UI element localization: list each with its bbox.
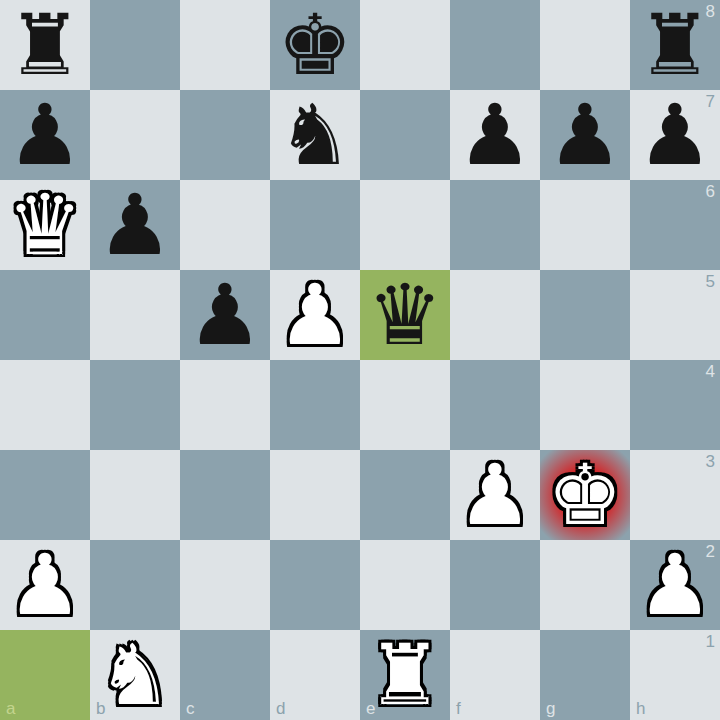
square-e7[interactable] [360,90,450,180]
piece-white-queen[interactable]: ♛ [0,180,90,270]
square-a5[interactable] [0,270,90,360]
square-d5[interactable]: ♟ [270,270,360,360]
square-a2[interactable]: ♟ [0,540,90,630]
piece-black-pawn[interactable]: ♟ [540,90,630,180]
square-b8[interactable] [90,0,180,90]
piece-black-pawn[interactable]: ♟ [180,270,270,360]
piece-black-queen[interactable]: ♛ [360,270,450,360]
square-f3[interactable]: ♟ [450,450,540,540]
file-label-a: a [6,700,15,717]
rank-label-6: 6 [706,183,715,200]
square-d6[interactable] [270,180,360,270]
square-d3[interactable] [270,450,360,540]
piece-black-pawn[interactable]: ♟ [90,180,180,270]
square-f4[interactable] [450,360,540,450]
square-e2[interactable] [360,540,450,630]
square-e8[interactable] [360,0,450,90]
piece-white-pawn[interactable]: ♟ [450,450,540,540]
square-f2[interactable] [450,540,540,630]
square-b4[interactable] [90,360,180,450]
square-g7[interactable]: ♟ [540,90,630,180]
file-label-h: h [636,700,645,717]
square-a7[interactable]: ♟ [0,90,90,180]
piece-white-king[interactable]: ♚ [540,450,630,540]
square-c4[interactable] [180,360,270,450]
square-g8[interactable] [540,0,630,90]
square-h1[interactable]: 1h [630,630,720,720]
square-d4[interactable] [270,360,360,450]
square-c6[interactable] [180,180,270,270]
square-h2[interactable]: ♟2 [630,540,720,630]
chess-board: ♜♚♜8♟♞♟♟♟7♛♟6♟♟♛54♟♚3♟♟2a♞bcd♜efg1h [0,0,720,720]
rank-label-1: 1 [706,633,715,650]
square-b3[interactable] [90,450,180,540]
square-d1[interactable]: d [270,630,360,720]
piece-black-pawn[interactable]: ♟ [450,90,540,180]
square-c3[interactable] [180,450,270,540]
square-e6[interactable] [360,180,450,270]
square-f7[interactable]: ♟ [450,90,540,180]
square-a8[interactable]: ♜ [0,0,90,90]
piece-black-pawn[interactable]: ♟ [0,90,90,180]
piece-black-king[interactable]: ♚ [270,0,360,90]
piece-white-knight[interactable]: ♞ [90,630,180,720]
square-h6[interactable]: 6 [630,180,720,270]
square-f1[interactable]: f [450,630,540,720]
square-d8[interactable]: ♚ [270,0,360,90]
piece-black-rook[interactable]: ♜ [0,0,90,90]
square-b1[interactable]: ♞b [90,630,180,720]
square-h5[interactable]: 5 [630,270,720,360]
piece-black-pawn[interactable]: ♟ [630,90,720,180]
square-h8[interactable]: ♜8 [630,0,720,90]
rank-label-4: 4 [706,363,715,380]
piece-black-rook[interactable]: ♜ [630,0,720,90]
square-c1[interactable]: c [180,630,270,720]
square-a3[interactable] [0,450,90,540]
piece-white-pawn[interactable]: ♟ [270,270,360,360]
square-b6[interactable]: ♟ [90,180,180,270]
square-f6[interactable] [450,180,540,270]
square-d7[interactable]: ♞ [270,90,360,180]
square-f8[interactable] [450,0,540,90]
square-a4[interactable] [0,360,90,450]
square-g1[interactable]: g [540,630,630,720]
piece-white-rook[interactable]: ♜ [360,630,450,720]
file-label-f: f [456,700,461,717]
square-c2[interactable] [180,540,270,630]
square-g6[interactable] [540,180,630,270]
square-g2[interactable] [540,540,630,630]
square-a1[interactable]: a [0,630,90,720]
square-g5[interactable] [540,270,630,360]
piece-white-pawn[interactable]: ♟ [630,540,720,630]
file-label-c: c [186,700,195,717]
piece-black-knight[interactable]: ♞ [270,90,360,180]
rank-label-5: 5 [706,273,715,290]
square-c8[interactable] [180,0,270,90]
square-g4[interactable] [540,360,630,450]
square-b2[interactable] [90,540,180,630]
square-e3[interactable] [360,450,450,540]
rank-label-3: 3 [706,453,715,470]
square-c7[interactable] [180,90,270,180]
square-g3[interactable]: ♚ [540,450,630,540]
piece-white-pawn[interactable]: ♟ [0,540,90,630]
file-label-d: d [276,700,285,717]
square-e1[interactable]: ♜e [360,630,450,720]
square-f5[interactable] [450,270,540,360]
square-e4[interactable] [360,360,450,450]
square-e5[interactable]: ♛ [360,270,450,360]
square-h4[interactable]: 4 [630,360,720,450]
square-h3[interactable]: 3 [630,450,720,540]
square-b5[interactable] [90,270,180,360]
square-b7[interactable] [90,90,180,180]
square-h7[interactable]: ♟7 [630,90,720,180]
file-label-g: g [546,700,555,717]
square-c5[interactable]: ♟ [180,270,270,360]
square-a6[interactable]: ♛ [0,180,90,270]
square-d2[interactable] [270,540,360,630]
